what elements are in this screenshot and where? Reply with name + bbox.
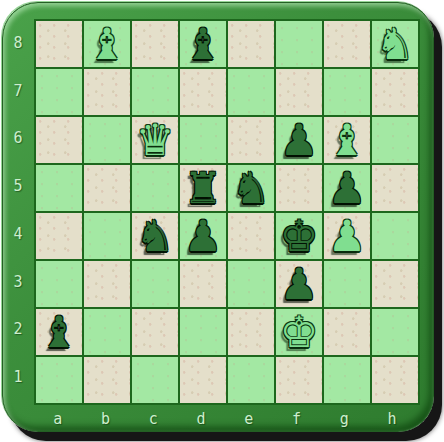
file-label-e: e	[225, 407, 273, 431]
square-f4[interactable]: ♚	[276, 213, 322, 259]
square-h4[interactable]	[372, 213, 418, 259]
square-f1[interactable]	[276, 357, 322, 403]
rank-label-3: 3	[6, 258, 30, 306]
square-g1[interactable]	[324, 357, 370, 403]
square-h6[interactable]	[372, 117, 418, 163]
white-knight-h8[interactable]: ♞	[376, 21, 415, 67]
rank-label-8: 8	[6, 19, 30, 67]
white-pawn-g4[interactable]: ♟	[328, 213, 367, 259]
square-c2[interactable]	[132, 309, 178, 355]
file-label-a: a	[34, 407, 82, 431]
square-d3[interactable]	[180, 261, 226, 307]
chess-board: ♝♝♞♛♟♝♜♞♟♞♟♚♟♟♝♚	[34, 19, 420, 405]
black-king-f4[interactable]: ♚	[280, 213, 319, 259]
square-f8[interactable]	[276, 21, 322, 67]
rank-label-5: 5	[6, 162, 30, 210]
black-pawn-g5[interactable]: ♟	[328, 165, 367, 211]
file-label-h: h	[368, 407, 416, 431]
black-pawn-f6[interactable]: ♟	[280, 117, 319, 163]
square-a1[interactable]	[36, 357, 82, 403]
rank-label-2: 2	[6, 306, 30, 354]
square-d7[interactable]	[180, 69, 226, 115]
square-g3[interactable]	[324, 261, 370, 307]
file-label-c: c	[130, 407, 178, 431]
square-g2[interactable]	[324, 309, 370, 355]
file-label-f: f	[273, 407, 321, 431]
square-d5[interactable]: ♜	[180, 165, 226, 211]
white-bishop-g6[interactable]: ♝	[328, 117, 367, 163]
square-b6[interactable]	[84, 117, 130, 163]
rank-label-1: 1	[6, 353, 30, 401]
square-b3[interactable]	[84, 261, 130, 307]
square-f7[interactable]	[276, 69, 322, 115]
square-g4[interactable]: ♟	[324, 213, 370, 259]
square-g6[interactable]: ♝	[324, 117, 370, 163]
square-f3[interactable]: ♟	[276, 261, 322, 307]
square-h7[interactable]	[372, 69, 418, 115]
square-b2[interactable]	[84, 309, 130, 355]
square-c5[interactable]	[132, 165, 178, 211]
square-a7[interactable]	[36, 69, 82, 115]
square-h3[interactable]	[372, 261, 418, 307]
page-background: ♝♝♞♛♟♝♜♞♟♞♟♚♟♟♝♚ 87654321 abcdefgh	[0, 0, 444, 442]
square-e7[interactable]	[228, 69, 274, 115]
square-b4[interactable]	[84, 213, 130, 259]
square-d1[interactable]	[180, 357, 226, 403]
rank-label-7: 7	[6, 67, 30, 115]
square-c3[interactable]	[132, 261, 178, 307]
square-a4[interactable]	[36, 213, 82, 259]
rank-label-6: 6	[6, 115, 30, 163]
square-g8[interactable]	[324, 21, 370, 67]
file-labels: abcdefgh	[34, 407, 416, 431]
black-bishop-a2[interactable]: ♝	[40, 309, 79, 355]
black-pawn-f3[interactable]: ♟	[280, 261, 319, 307]
square-h5[interactable]	[372, 165, 418, 211]
square-h8[interactable]: ♞	[372, 21, 418, 67]
square-e5[interactable]: ♞	[228, 165, 274, 211]
white-bishop-b8[interactable]: ♝	[88, 21, 127, 67]
square-f6[interactable]: ♟	[276, 117, 322, 163]
square-c7[interactable]	[132, 69, 178, 115]
black-pawn-d4[interactable]: ♟	[184, 213, 223, 259]
square-b7[interactable]	[84, 69, 130, 115]
square-d2[interactable]	[180, 309, 226, 355]
square-f2[interactable]: ♚	[276, 309, 322, 355]
square-e2[interactable]	[228, 309, 274, 355]
square-c1[interactable]	[132, 357, 178, 403]
rank-labels: 87654321	[6, 19, 30, 401]
square-c8[interactable]	[132, 21, 178, 67]
rank-label-4: 4	[6, 210, 30, 258]
black-rook-d5[interactable]: ♜	[184, 165, 223, 211]
white-king-f2[interactable]: ♚	[280, 309, 319, 355]
square-g5[interactable]: ♟	[324, 165, 370, 211]
square-a5[interactable]	[36, 165, 82, 211]
black-knight-e5[interactable]: ♞	[232, 165, 271, 211]
square-e4[interactable]	[228, 213, 274, 259]
file-label-g: g	[321, 407, 369, 431]
square-b1[interactable]	[84, 357, 130, 403]
black-bishop-d8[interactable]: ♝	[184, 21, 223, 67]
square-e8[interactable]	[228, 21, 274, 67]
square-a3[interactable]	[36, 261, 82, 307]
square-h2[interactable]	[372, 309, 418, 355]
board-area: ♝♝♞♛♟♝♜♞♟♞♟♚♟♟♝♚ 87654321 abcdefgh	[34, 19, 420, 405]
white-queen-c6[interactable]: ♛	[136, 117, 175, 163]
board-frame: ♝♝♞♛♟♝♜♞♟♞♟♚♟♟♝♚ 87654321 abcdefgh	[2, 2, 434, 432]
square-f5[interactable]	[276, 165, 322, 211]
square-c6[interactable]: ♛	[132, 117, 178, 163]
black-knight-c4[interactable]: ♞	[136, 213, 175, 259]
square-e1[interactable]	[228, 357, 274, 403]
file-label-b: b	[82, 407, 130, 431]
square-e3[interactable]	[228, 261, 274, 307]
square-b5[interactable]	[84, 165, 130, 211]
square-g7[interactable]	[324, 69, 370, 115]
square-d6[interactable]	[180, 117, 226, 163]
square-e6[interactable]	[228, 117, 274, 163]
square-a6[interactable]	[36, 117, 82, 163]
square-c4[interactable]: ♞	[132, 213, 178, 259]
square-h1[interactable]	[372, 357, 418, 403]
square-a8[interactable]	[36, 21, 82, 67]
square-a2[interactable]: ♝	[36, 309, 82, 355]
square-b8[interactable]: ♝	[84, 21, 130, 67]
square-d8[interactable]: ♝	[180, 21, 226, 67]
file-label-d: d	[177, 407, 225, 431]
square-d4[interactable]: ♟	[180, 213, 226, 259]
